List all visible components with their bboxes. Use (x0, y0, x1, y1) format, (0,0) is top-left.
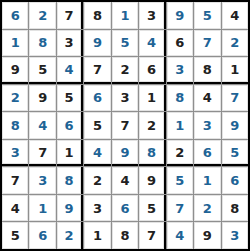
cell-r9c7[interactable]: 4 (167, 222, 193, 249)
cell-r5c4[interactable]: 5 (84, 112, 110, 139)
cell-r3c2[interactable]: 5 (29, 57, 55, 84)
cell-r7c3[interactable]: 8 (57, 167, 83, 194)
cell-r2c9[interactable]: 2 (222, 30, 248, 57)
cell-r1c2[interactable]: 2 (29, 2, 55, 29)
cell-r5c2[interactable]: 4 (29, 112, 55, 139)
cell-r7c4[interactable]: 2 (84, 167, 110, 194)
cell-r5c9[interactable]: 9 (222, 112, 248, 139)
cell-r8c8[interactable]: 2 (194, 195, 220, 222)
cell-r4c5[interactable]: 3 (112, 85, 138, 112)
cell-r2c5[interactable]: 5 (112, 30, 138, 57)
cell-r6c9[interactable]: 5 (222, 140, 248, 167)
cell-r8c2[interactable]: 1 (29, 195, 55, 222)
cell-r7c9[interactable]: 6 (222, 167, 248, 194)
cell-r9c3[interactable]: 2 (57, 222, 83, 249)
cell-r3c5[interactable]: 2 (112, 57, 138, 84)
cell-r1c1[interactable]: 6 (2, 2, 28, 29)
cell-r8c1[interactable]: 4 (2, 195, 28, 222)
cell-r2c3[interactable]: 3 (57, 30, 83, 57)
cell-r6c8[interactable]: 6 (194, 140, 220, 167)
cell-r8c4[interactable]: 3 (84, 195, 110, 222)
cell-r9c2[interactable]: 6 (29, 222, 55, 249)
cell-r9c4[interactable]: 1 (84, 222, 110, 249)
cell-r6c2[interactable]: 7 (29, 140, 55, 167)
cell-r9c8[interactable]: 9 (194, 222, 220, 249)
cell-r4c4[interactable]: 6 (84, 85, 110, 112)
cell-r1c5[interactable]: 1 (112, 2, 138, 29)
cell-r4c8[interactable]: 4 (194, 85, 220, 112)
cell-r3c1[interactable]: 9 (2, 57, 28, 84)
cell-r2c2[interactable]: 8 (29, 30, 55, 57)
cell-r9c9[interactable]: 3 (222, 222, 248, 249)
cell-r1c4[interactable]: 8 (84, 2, 110, 29)
cell-r7c2[interactable]: 3 (29, 167, 55, 194)
cell-r6c4[interactable]: 4 (84, 140, 110, 167)
sudoku-board: 6278139541839546729547263812956318478465… (0, 0, 250, 251)
cell-r8c5[interactable]: 6 (112, 195, 138, 222)
cell-r9c6[interactable]: 7 (139, 222, 165, 249)
cell-r9c5[interactable]: 8 (112, 222, 138, 249)
cell-r3c8[interactable]: 8 (194, 57, 220, 84)
cell-r6c3[interactable]: 1 (57, 140, 83, 167)
cell-r2c7[interactable]: 6 (167, 30, 193, 57)
cell-r9c1[interactable]: 5 (2, 222, 28, 249)
cell-r5c5[interactable]: 7 (112, 112, 138, 139)
cell-r4c7[interactable]: 8 (167, 85, 193, 112)
cell-r1c3[interactable]: 7 (57, 2, 83, 29)
cell-r3c9[interactable]: 1 (222, 57, 248, 84)
cell-r1c8[interactable]: 5 (194, 2, 220, 29)
cell-r6c7[interactable]: 2 (167, 140, 193, 167)
cell-r5c3[interactable]: 6 (57, 112, 83, 139)
cell-r1c9[interactable]: 4 (222, 2, 248, 29)
cell-r4c1[interactable]: 2 (2, 85, 28, 112)
cell-r5c7[interactable]: 1 (167, 112, 193, 139)
cell-r5c6[interactable]: 2 (139, 112, 165, 139)
cell-r8c6[interactable]: 5 (139, 195, 165, 222)
cell-r6c6[interactable]: 8 (139, 140, 165, 167)
cell-r2c1[interactable]: 1 (2, 30, 28, 57)
cell-r6c1[interactable]: 3 (2, 140, 28, 167)
cell-r7c1[interactable]: 7 (2, 167, 28, 194)
cell-r3c6[interactable]: 6 (139, 57, 165, 84)
cell-r7c8[interactable]: 1 (194, 167, 220, 194)
cell-r6c5[interactable]: 9 (112, 140, 138, 167)
cell-r2c8[interactable]: 7 (194, 30, 220, 57)
cell-r3c7[interactable]: 3 (167, 57, 193, 84)
cell-r8c3[interactable]: 9 (57, 195, 83, 222)
cell-r4c9[interactable]: 7 (222, 85, 248, 112)
cell-r5c8[interactable]: 3 (194, 112, 220, 139)
cell-r2c4[interactable]: 9 (84, 30, 110, 57)
cell-r4c6[interactable]: 1 (139, 85, 165, 112)
cell-r3c4[interactable]: 7 (84, 57, 110, 84)
cell-r4c3[interactable]: 5 (57, 85, 83, 112)
cell-r8c7[interactable]: 7 (167, 195, 193, 222)
cell-r7c6[interactable]: 9 (139, 167, 165, 194)
cell-r7c7[interactable]: 5 (167, 167, 193, 194)
cell-r8c9[interactable]: 8 (222, 195, 248, 222)
cell-r5c1[interactable]: 8 (2, 112, 28, 139)
cell-r1c6[interactable]: 3 (139, 2, 165, 29)
cell-r4c2[interactable]: 9 (29, 85, 55, 112)
cell-r1c7[interactable]: 9 (167, 2, 193, 29)
cell-r2c6[interactable]: 4 (139, 30, 165, 57)
cell-r3c3[interactable]: 4 (57, 57, 83, 84)
cell-r7c5[interactable]: 4 (112, 167, 138, 194)
